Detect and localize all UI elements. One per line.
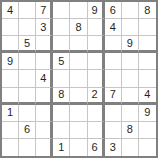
- cell-r4c6-empty[interactable]: [88, 53, 105, 70]
- cell-r2c8-empty[interactable]: [122, 19, 139, 36]
- cell-r5c7-empty[interactable]: [105, 70, 122, 87]
- cell-r7c5-empty[interactable]: [70, 105, 87, 122]
- cell-r4c5-empty[interactable]: [70, 53, 87, 70]
- cell-r7c6-empty[interactable]: [88, 105, 105, 122]
- cell-r3c7-empty[interactable]: [105, 36, 122, 53]
- cell-r4c3-empty[interactable]: [36, 53, 53, 70]
- cell-r1c7-given: 6: [105, 2, 122, 19]
- cell-r9c2-empty[interactable]: [19, 139, 36, 156]
- cell-r8c2-given: 6: [19, 122, 36, 139]
- cell-r1c5-empty[interactable]: [70, 2, 87, 19]
- cell-r3c3-empty[interactable]: [36, 36, 53, 53]
- cell-r4c4-given: 5: [53, 53, 70, 70]
- cell-r2c6-empty[interactable]: [88, 19, 105, 36]
- cell-r3c8-given: 9: [122, 36, 139, 53]
- cell-r1c8-empty[interactable]: [122, 2, 139, 19]
- cell-r7c4-empty[interactable]: [53, 105, 70, 122]
- cell-r2c7-given: 4: [105, 19, 122, 36]
- cell-r4c1-given: 9: [2, 53, 19, 70]
- cell-r8c3-empty[interactable]: [36, 122, 53, 139]
- cell-r6c9-given: 4: [139, 88, 156, 105]
- cell-r4c8-empty[interactable]: [122, 53, 139, 70]
- cell-r9c6-given: 6: [88, 139, 105, 156]
- cell-r5c3-given: 4: [36, 70, 53, 87]
- cell-r8c9-empty[interactable]: [139, 122, 156, 139]
- cell-r6c6-given: 2: [88, 88, 105, 105]
- cell-r7c2-empty[interactable]: [19, 105, 36, 122]
- cell-r6c8-empty[interactable]: [122, 88, 139, 105]
- cell-r5c9-empty[interactable]: [139, 70, 156, 87]
- cell-r7c1-given: 1: [2, 105, 19, 122]
- cell-r6c3-empty[interactable]: [36, 88, 53, 105]
- cell-r5c1-empty[interactable]: [2, 70, 19, 87]
- cell-r7c9-given: 9: [139, 105, 156, 122]
- cell-r3c6-empty[interactable]: [88, 36, 105, 53]
- cell-r5c4-empty[interactable]: [53, 70, 70, 87]
- cell-r5c5-empty[interactable]: [70, 70, 87, 87]
- cell-r8c1-empty[interactable]: [2, 122, 19, 139]
- cell-r3c5-empty[interactable]: [70, 36, 87, 53]
- cell-r5c2-empty[interactable]: [19, 70, 36, 87]
- cell-r1c2-empty[interactable]: [19, 2, 36, 19]
- cell-r6c4-given: 8: [53, 88, 70, 105]
- cell-r3c9-empty[interactable]: [139, 36, 156, 53]
- cell-r2c1-empty[interactable]: [2, 19, 19, 36]
- cell-r3c2-given: 5: [19, 36, 36, 53]
- cell-r7c7-empty[interactable]: [105, 105, 122, 122]
- cell-r9c3-empty[interactable]: [36, 139, 53, 156]
- cell-r2c5-given: 8: [70, 19, 87, 36]
- cell-r6c1-empty[interactable]: [2, 88, 19, 105]
- cell-r9c4-given: 1: [53, 139, 70, 156]
- cell-r6c5-empty[interactable]: [70, 88, 87, 105]
- cell-r2c3-given: 3: [36, 19, 53, 36]
- cell-r4c7-empty[interactable]: [105, 53, 122, 70]
- cell-r7c8-empty[interactable]: [122, 105, 139, 122]
- cell-r2c4-empty[interactable]: [53, 19, 70, 36]
- cell-r5c6-empty[interactable]: [88, 70, 105, 87]
- cell-r8c4-empty[interactable]: [53, 122, 70, 139]
- cell-r8c5-empty[interactable]: [70, 122, 87, 139]
- cell-r9c5-empty[interactable]: [70, 139, 87, 156]
- cell-r4c9-empty[interactable]: [139, 53, 156, 70]
- cell-r8c7-empty[interactable]: [105, 122, 122, 139]
- cell-r3c4-empty[interactable]: [53, 36, 70, 53]
- cell-r1c9-given: 8: [139, 2, 156, 19]
- cell-r6c2-empty[interactable]: [19, 88, 36, 105]
- cell-r3c1-empty[interactable]: [2, 36, 19, 53]
- cell-r2c9-empty[interactable]: [139, 19, 156, 36]
- cell-r9c8-empty[interactable]: [122, 139, 139, 156]
- cell-r2c2-empty[interactable]: [19, 19, 36, 36]
- cell-r9c9-empty[interactable]: [139, 139, 156, 156]
- cell-r8c6-empty[interactable]: [88, 122, 105, 139]
- cell-r1c3-given: 7: [36, 2, 53, 19]
- sudoku-board: 479683845995482741968163: [0, 0, 158, 158]
- cell-r9c1-empty[interactable]: [2, 139, 19, 156]
- cell-r5c8-empty[interactable]: [122, 70, 139, 87]
- cell-r6c7-given: 7: [105, 88, 122, 105]
- cell-r1c4-empty[interactable]: [53, 2, 70, 19]
- cell-r1c6-given: 9: [88, 2, 105, 19]
- cell-r8c8-given: 8: [122, 122, 139, 139]
- cell-r4c2-empty[interactable]: [19, 53, 36, 70]
- cell-r7c3-empty[interactable]: [36, 105, 53, 122]
- cell-r1c1-given: 4: [2, 2, 19, 19]
- cell-r9c7-given: 3: [105, 139, 122, 156]
